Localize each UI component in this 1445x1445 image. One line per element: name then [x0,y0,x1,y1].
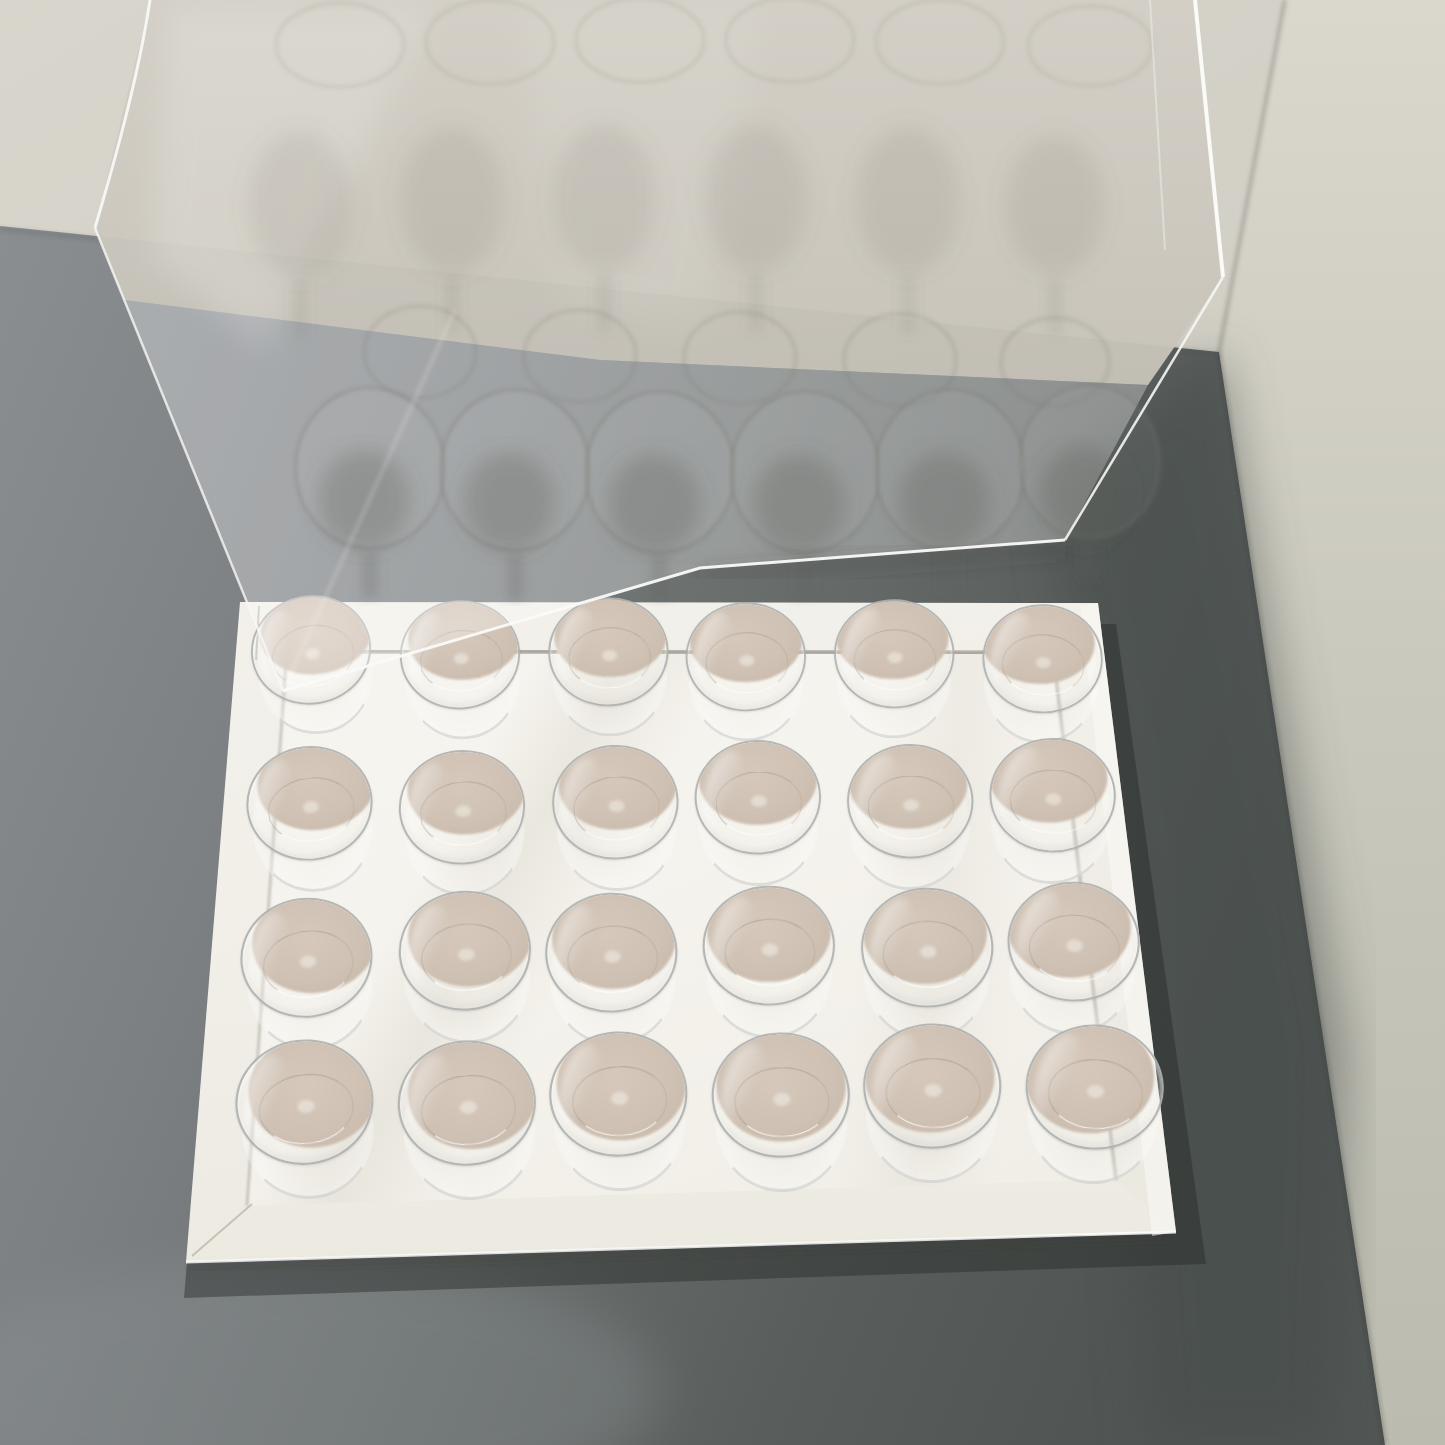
cup-base-mark [739,655,754,667]
cup-base-mark [903,798,919,810]
clear-cup-r1-c5 [826,598,960,766]
cup-base-mark [1086,1084,1104,1098]
cup-base-mark [750,795,766,807]
cup-base-mark [924,1084,942,1097]
cup-base-mark [604,950,621,963]
cup-rim [833,598,955,709]
cup-base-mark [608,799,624,812]
scene [0,0,1445,1445]
cup-base-mark [1065,939,1082,952]
clear-cup-r1-c3 [540,594,680,766]
clear-cup-r4-c3 [540,1028,701,1226]
clear-cup-r4-c1 [222,1031,395,1238]
cup-grid [0,0,1445,1445]
clear-cup-r4-c4 [704,1031,858,1224]
clear-cup-r4-c2 [386,1034,553,1237]
cup-base-mark [1035,656,1051,668]
clear-cup-r4-c6 [1013,1021,1174,1219]
cup-base-mark [601,649,617,661]
cup-base-mark [887,651,902,663]
clear-cup-r4-c5 [854,1022,1008,1215]
cup-base-mark [773,1092,791,1105]
cup-base-mark [761,943,778,956]
